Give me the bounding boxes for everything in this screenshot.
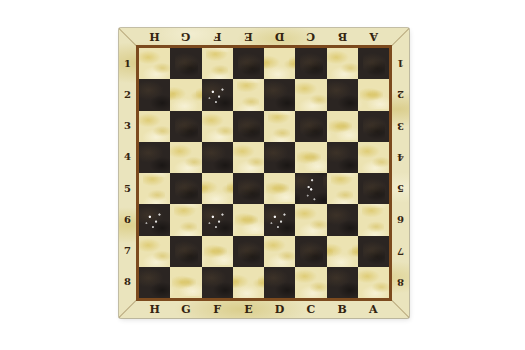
square-d4 [264, 142, 295, 173]
rank-label-right: 4 [392, 142, 409, 173]
square-c5 [295, 173, 326, 204]
square-g8 [170, 267, 201, 298]
file-label-top: H [139, 28, 170, 45]
square-g6 [170, 204, 201, 235]
square-a3 [358, 111, 389, 142]
square-h7 [139, 236, 170, 267]
file-label-top: E [233, 28, 264, 45]
file-label-top: A [358, 28, 389, 45]
square-e7 [233, 236, 264, 267]
chessboard: HGFEDCBA HGFEDCBA 12345678 12345678 [119, 28, 409, 318]
square-e6 [233, 204, 264, 235]
square-a8 [358, 267, 389, 298]
square-b6 [327, 204, 358, 235]
rank-label-left: 6 [119, 204, 136, 235]
rank-labels-right: 12345678 [392, 48, 409, 298]
square-f3 [202, 111, 233, 142]
rank-label-left: 1 [119, 48, 136, 79]
square-e3 [233, 111, 264, 142]
square-f7 [202, 236, 233, 267]
square-e2 [233, 79, 264, 110]
square-e4 [233, 142, 264, 173]
rank-label-right: 3 [392, 111, 409, 142]
rank-labels-left: 12345678 [119, 48, 136, 298]
square-a4 [358, 142, 389, 173]
square-b2 [327, 79, 358, 110]
rank-label-right: 5 [392, 173, 409, 204]
file-label-bottom: A [358, 300, 389, 318]
file-label-bottom: C [295, 300, 326, 318]
square-h4 [139, 142, 170, 173]
file-label-top: B [327, 28, 358, 45]
photo-canvas: HGFEDCBA HGFEDCBA 12345678 12345678 [0, 0, 525, 350]
square-b5 [327, 173, 358, 204]
file-labels-bottom: HGFEDCBA [139, 300, 389, 318]
square-g7 [170, 236, 201, 267]
square-f6 [202, 204, 233, 235]
square-h2 [139, 79, 170, 110]
file-label-bottom: E [233, 300, 264, 318]
square-e8 [233, 267, 264, 298]
rank-label-left: 8 [119, 267, 136, 298]
rank-label-right: 8 [392, 267, 409, 298]
square-c8 [295, 267, 326, 298]
rank-label-left: 2 [119, 79, 136, 110]
file-label-bottom: G [170, 300, 201, 318]
square-f2 [202, 79, 233, 110]
file-label-bottom: B [327, 300, 358, 318]
file-label-bottom: D [264, 300, 295, 318]
square-a6 [358, 204, 389, 235]
square-d3 [264, 111, 295, 142]
square-e5 [233, 173, 264, 204]
squares-grid [136, 45, 392, 301]
square-d7 [264, 236, 295, 267]
rank-label-left: 5 [119, 173, 136, 204]
square-g4 [170, 142, 201, 173]
square-d5 [264, 173, 295, 204]
square-c3 [295, 111, 326, 142]
rank-label-right: 7 [392, 236, 409, 267]
rank-label-right: 1 [392, 48, 409, 79]
square-b8 [327, 267, 358, 298]
square-d8 [264, 267, 295, 298]
square-d1 [264, 48, 295, 79]
rank-label-right: 6 [392, 204, 409, 235]
rank-label-left: 4 [119, 142, 136, 173]
square-d2 [264, 79, 295, 110]
rank-label-right: 2 [392, 79, 409, 110]
file-label-bottom: F [202, 300, 233, 318]
square-g3 [170, 111, 201, 142]
square-c2 [295, 79, 326, 110]
square-c6 [295, 204, 326, 235]
file-label-top: G [170, 28, 201, 45]
square-a1 [358, 48, 389, 79]
file-label-top: C [295, 28, 326, 45]
square-b3 [327, 111, 358, 142]
file-label-top: F [202, 28, 233, 45]
square-b1 [327, 48, 358, 79]
rank-label-left: 3 [119, 111, 136, 142]
square-h3 [139, 111, 170, 142]
square-a2 [358, 79, 389, 110]
square-f4 [202, 142, 233, 173]
square-h5 [139, 173, 170, 204]
square-a5 [358, 173, 389, 204]
rank-label-left: 7 [119, 236, 136, 267]
square-c7 [295, 236, 326, 267]
square-g2 [170, 79, 201, 110]
square-f1 [202, 48, 233, 79]
square-g5 [170, 173, 201, 204]
square-c4 [295, 142, 326, 173]
file-label-top: D [264, 28, 295, 45]
square-b7 [327, 236, 358, 267]
square-e1 [233, 48, 264, 79]
square-a7 [358, 236, 389, 267]
square-f8 [202, 267, 233, 298]
square-h6 [139, 204, 170, 235]
file-label-bottom: H [139, 300, 170, 318]
square-h1 [139, 48, 170, 79]
square-b4 [327, 142, 358, 173]
square-f5 [202, 173, 233, 204]
square-d6 [264, 204, 295, 235]
file-labels-top: HGFEDCBA [139, 28, 389, 45]
square-h8 [139, 267, 170, 298]
square-g1 [170, 48, 201, 79]
square-c1 [295, 48, 326, 79]
